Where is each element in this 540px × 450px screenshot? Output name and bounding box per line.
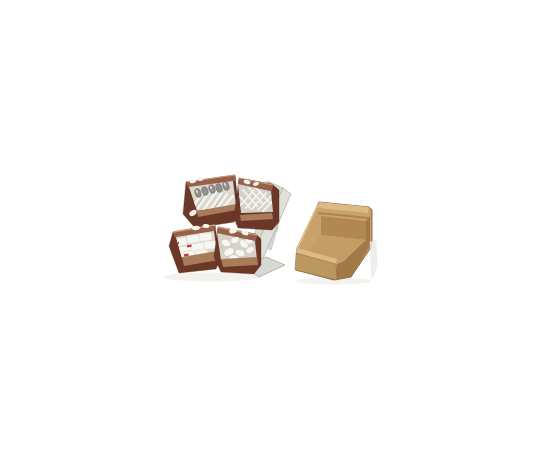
bin-bottom-right (214, 227, 261, 274)
bin-top-right (234, 178, 279, 230)
faint-transparent-item (370, 240, 377, 278)
bin-bottom-left (169, 224, 220, 273)
product-photo-canvas (0, 0, 540, 450)
bin-top-left (183, 175, 239, 228)
product-photo-scene (0, 0, 540, 450)
spare-bin-camel (295, 202, 372, 280)
